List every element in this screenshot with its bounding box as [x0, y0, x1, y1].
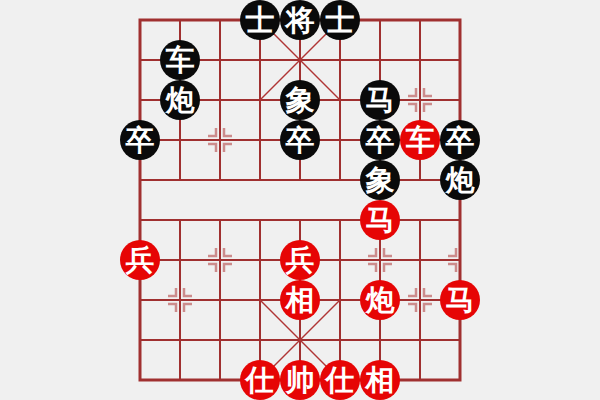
point-c7[interactable] — [200, 80, 240, 120]
red-horse[interactable]: 马 — [360, 200, 400, 240]
point-a3[interactable]: 兵 — [120, 240, 160, 280]
point-d9[interactable]: 士 — [240, 0, 280, 40]
point-f1[interactable] — [320, 320, 360, 360]
point-c0[interactable] — [200, 360, 240, 400]
point-i2[interactable]: 马 — [440, 280, 480, 320]
point-e2[interactable]: 相 — [280, 280, 320, 320]
point-b2[interactable] — [160, 280, 200, 320]
point-e8[interactable] — [280, 40, 320, 80]
red-elephant[interactable]: 相 — [360, 360, 400, 400]
point-d2[interactable] — [240, 280, 280, 320]
red-advisor[interactable]: 仕 — [320, 360, 360, 400]
point-c1[interactable] — [200, 320, 240, 360]
point-e5[interactable] — [280, 160, 320, 200]
black-advisor[interactable]: 士 — [320, 0, 360, 40]
point-i7[interactable] — [440, 80, 480, 120]
point-i6[interactable]: 卒 — [440, 120, 480, 160]
red-chariot[interactable]: 车 — [400, 120, 440, 160]
point-a6[interactable]: 卒 — [120, 120, 160, 160]
board-points: 士将士车炮象马卒卒卒车卒象炮马兵兵相炮马仕帅仕相 — [120, 0, 480, 400]
point-h4[interactable] — [400, 200, 440, 240]
point-i0[interactable] — [440, 360, 480, 400]
point-g6[interactable]: 卒 — [360, 120, 400, 160]
point-i1[interactable] — [440, 320, 480, 360]
point-i3[interactable] — [440, 240, 480, 280]
point-h5[interactable] — [400, 160, 440, 200]
point-e9[interactable]: 将 — [280, 0, 320, 40]
black-elephant[interactable]: 象 — [360, 160, 400, 200]
point-b1[interactable] — [160, 320, 200, 360]
point-c6[interactable] — [200, 120, 240, 160]
black-cannon[interactable]: 炮 — [160, 80, 200, 120]
point-d4[interactable] — [240, 200, 280, 240]
point-h3[interactable] — [400, 240, 440, 280]
point-f5[interactable] — [320, 160, 360, 200]
point-e4[interactable] — [280, 200, 320, 240]
red-horse[interactable]: 马 — [440, 280, 480, 320]
point-f7[interactable] — [320, 80, 360, 120]
point-d8[interactable] — [240, 40, 280, 80]
point-f9[interactable]: 士 — [320, 0, 360, 40]
point-e3[interactable]: 兵 — [280, 240, 320, 280]
black-cannon[interactable]: 炮 — [440, 160, 480, 200]
point-h1[interactable] — [400, 320, 440, 360]
point-f8[interactable] — [320, 40, 360, 80]
point-d5[interactable] — [240, 160, 280, 200]
red-advisor[interactable]: 仕 — [240, 360, 280, 400]
point-b7[interactable]: 炮 — [160, 80, 200, 120]
red-cannon[interactable]: 炮 — [360, 280, 400, 320]
point-b9[interactable] — [160, 0, 200, 40]
black-general[interactable]: 将 — [280, 0, 320, 40]
point-h9[interactable] — [400, 0, 440, 40]
point-f0[interactable]: 仕 — [320, 360, 360, 400]
point-g3[interactable] — [360, 240, 400, 280]
point-f3[interactable] — [320, 240, 360, 280]
point-g7[interactable]: 马 — [360, 80, 400, 120]
point-d0[interactable]: 仕 — [240, 360, 280, 400]
point-a1[interactable] — [120, 320, 160, 360]
point-d6[interactable] — [240, 120, 280, 160]
point-e6[interactable]: 卒 — [280, 120, 320, 160]
black-advisor[interactable]: 士 — [240, 0, 280, 40]
point-b4[interactable] — [160, 200, 200, 240]
black-pawn[interactable]: 卒 — [440, 120, 480, 160]
red-general[interactable]: 帅 — [280, 360, 320, 400]
point-g1[interactable] — [360, 320, 400, 360]
black-elephant[interactable]: 象 — [280, 80, 320, 120]
point-a8[interactable] — [120, 40, 160, 80]
point-c4[interactable] — [200, 200, 240, 240]
point-d3[interactable] — [240, 240, 280, 280]
point-c5[interactable] — [200, 160, 240, 200]
point-b5[interactable] — [160, 160, 200, 200]
point-g0[interactable]: 相 — [360, 360, 400, 400]
black-pawn[interactable]: 卒 — [120, 120, 160, 160]
point-e7[interactable]: 象 — [280, 80, 320, 120]
point-a7[interactable] — [120, 80, 160, 120]
xiangqi-board: 士将士车炮象马卒卒卒车卒象炮马兵兵相炮马仕帅仕相 — [0, 0, 600, 400]
point-g9[interactable] — [360, 0, 400, 40]
point-g5[interactable]: 象 — [360, 160, 400, 200]
black-pawn[interactable]: 卒 — [360, 120, 400, 160]
point-e1[interactable] — [280, 320, 320, 360]
point-c8[interactable] — [200, 40, 240, 80]
red-pawn[interactable]: 兵 — [120, 240, 160, 280]
red-pawn[interactable]: 兵 — [280, 240, 320, 280]
point-f4[interactable] — [320, 200, 360, 240]
point-c9[interactable] — [200, 0, 240, 40]
point-i8[interactable] — [440, 40, 480, 80]
point-g4[interactable]: 马 — [360, 200, 400, 240]
point-b0[interactable] — [160, 360, 200, 400]
point-d1[interactable] — [240, 320, 280, 360]
point-b8[interactable]: 车 — [160, 40, 200, 80]
point-a5[interactable] — [120, 160, 160, 200]
black-horse[interactable]: 马 — [360, 80, 400, 120]
point-e0[interactable]: 帅 — [280, 360, 320, 400]
red-elephant[interactable]: 相 — [280, 280, 320, 320]
point-b6[interactable] — [160, 120, 200, 160]
point-i4[interactable] — [440, 200, 480, 240]
point-h7[interactable] — [400, 80, 440, 120]
point-g8[interactable] — [360, 40, 400, 80]
point-h2[interactable] — [400, 280, 440, 320]
black-chariot[interactable]: 车 — [160, 40, 200, 80]
point-c3[interactable] — [200, 240, 240, 280]
point-a4[interactable] — [120, 200, 160, 240]
point-f6[interactable] — [320, 120, 360, 160]
point-f2[interactable] — [320, 280, 360, 320]
point-a2[interactable] — [120, 280, 160, 320]
point-h6[interactable]: 车 — [400, 120, 440, 160]
point-h8[interactable] — [400, 40, 440, 80]
point-b3[interactable] — [160, 240, 200, 280]
point-h0[interactable] — [400, 360, 440, 400]
black-pawn[interactable]: 卒 — [280, 120, 320, 160]
point-i5[interactable]: 炮 — [440, 160, 480, 200]
point-c2[interactable] — [200, 280, 240, 320]
point-a0[interactable] — [120, 360, 160, 400]
point-i9[interactable] — [440, 0, 480, 40]
point-a9[interactable] — [120, 0, 160, 40]
point-d7[interactable] — [240, 80, 280, 120]
point-g2[interactable]: 炮 — [360, 280, 400, 320]
